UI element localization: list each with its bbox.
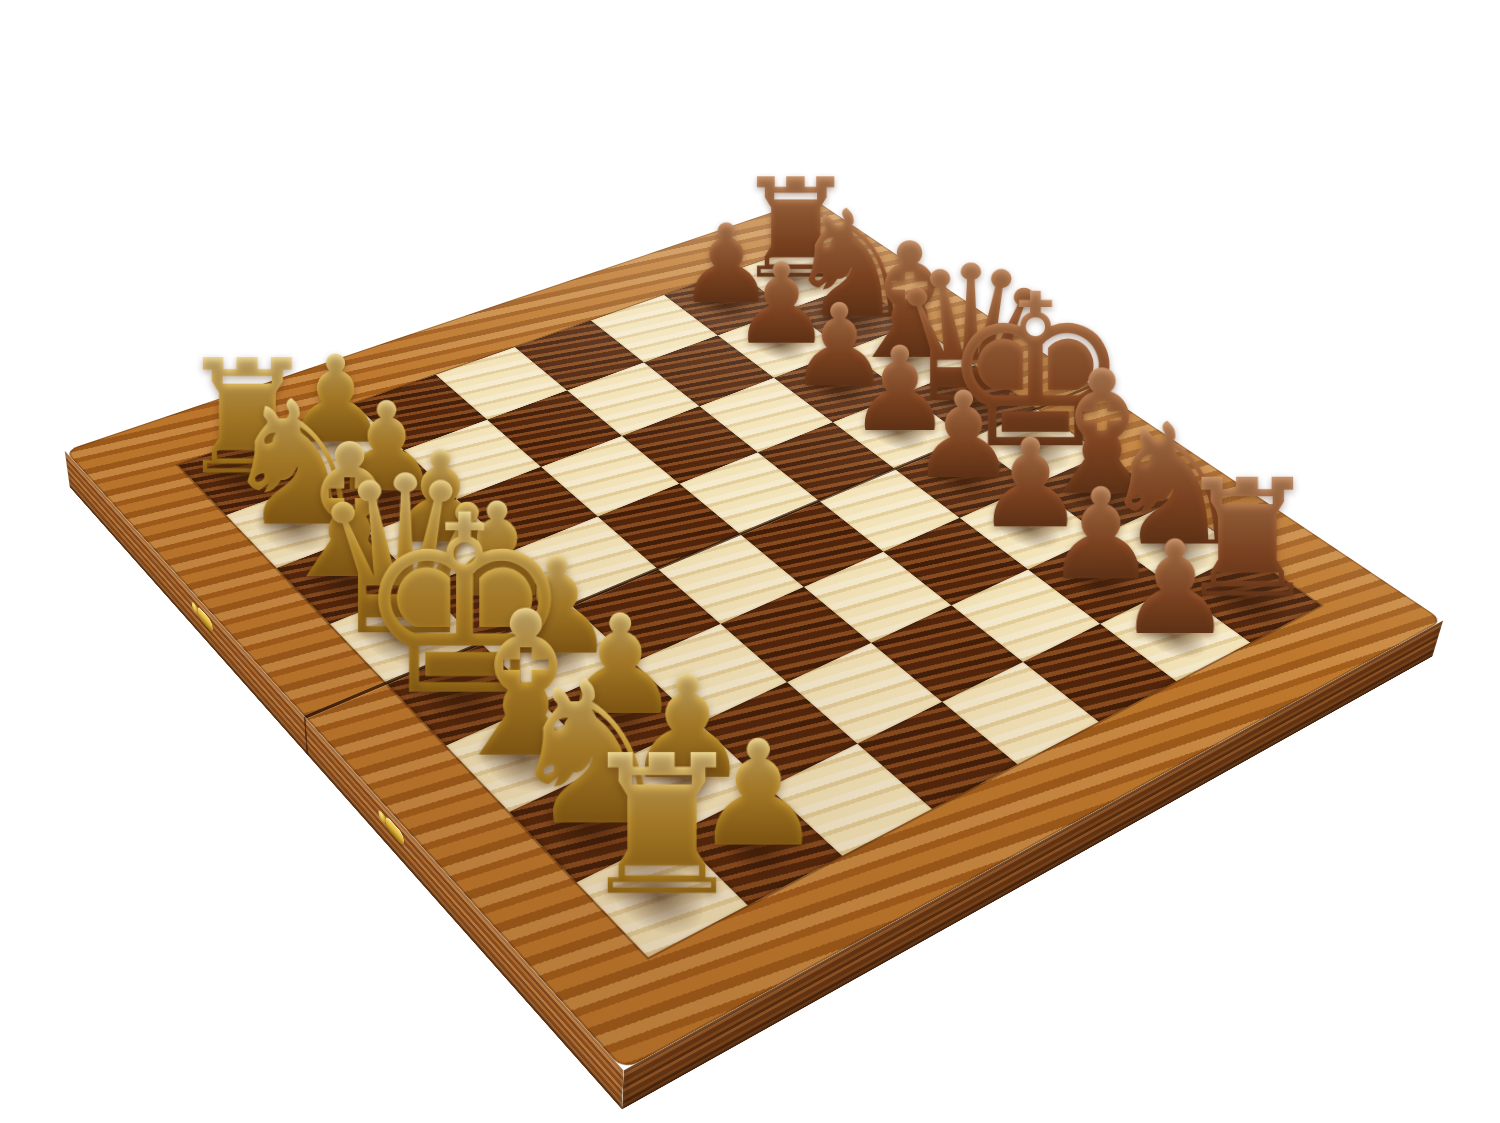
square-f5[interactable] xyxy=(804,552,952,643)
chess-board: ♜♞♝♛♚♝♞♜♟♟♟♟♟♟♟♟♟♟♟♟♟♟♟♟♜♞♝♛♚♝♞♜ xyxy=(65,199,1443,1071)
square-h4[interactable] xyxy=(857,702,1017,809)
photo-backdrop: ♜♞♝♛♚♝♞♜♟♟♟♟♟♟♟♟♟♟♟♟♟♟♟♟♜♞♝♛♚♝♞♜ xyxy=(0,0,1500,1123)
square-h5[interactable] xyxy=(942,662,1099,764)
square-g5[interactable] xyxy=(871,605,1023,702)
square-h6[interactable] xyxy=(1023,624,1176,722)
